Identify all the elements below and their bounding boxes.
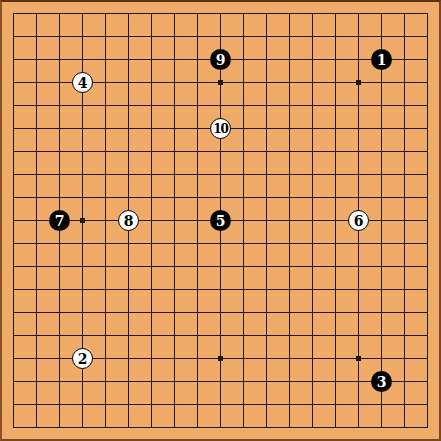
intersection-K12[interactable] [209, 163, 232, 186]
intersection-Q4[interactable] [347, 347, 370, 370]
intersection-S17[interactable] [393, 48, 416, 71]
intersection-S18[interactable] [393, 25, 416, 48]
intersection-K8[interactable] [209, 255, 232, 278]
intersection-R1[interactable] [370, 416, 393, 439]
intersection-D7[interactable] [71, 278, 94, 301]
intersection-T14[interactable] [416, 117, 439, 140]
intersection-F5[interactable] [117, 324, 140, 347]
intersection-K5[interactable] [209, 324, 232, 347]
intersection-M16[interactable] [255, 71, 278, 94]
intersection-R16[interactable] [370, 71, 393, 94]
intersection-P3[interactable] [324, 370, 347, 393]
intersection-M17[interactable] [255, 48, 278, 71]
intersection-O15[interactable] [301, 94, 324, 117]
intersection-L17[interactable] [232, 48, 255, 71]
intersection-L18[interactable] [232, 25, 255, 48]
intersection-S2[interactable] [393, 393, 416, 416]
intersection-B19[interactable] [25, 2, 48, 25]
intersection-E2[interactable] [94, 393, 117, 416]
intersection-N16[interactable] [278, 71, 301, 94]
stone-white-8[interactable]: 8 [118, 210, 139, 231]
intersection-O6[interactable] [301, 301, 324, 324]
intersection-P18[interactable] [324, 25, 347, 48]
intersection-B2[interactable] [25, 393, 48, 416]
intersection-N10[interactable] [278, 209, 301, 232]
intersection-L4[interactable] [232, 347, 255, 370]
intersection-Q9[interactable] [347, 232, 370, 255]
intersection-A18[interactable] [2, 25, 25, 48]
intersection-N8[interactable] [278, 255, 301, 278]
intersection-O16[interactable] [301, 71, 324, 94]
intersection-K15[interactable] [209, 94, 232, 117]
intersection-C5[interactable] [48, 324, 71, 347]
intersection-N6[interactable] [278, 301, 301, 324]
intersection-K9[interactable] [209, 232, 232, 255]
intersection-T5[interactable] [416, 324, 439, 347]
intersection-L3[interactable] [232, 370, 255, 393]
intersection-B4[interactable] [25, 347, 48, 370]
intersection-Q13[interactable] [347, 140, 370, 163]
intersection-E11[interactable] [94, 186, 117, 209]
intersection-C1[interactable] [48, 416, 71, 439]
intersection-E19[interactable] [94, 2, 117, 25]
intersection-D5[interactable] [71, 324, 94, 347]
intersection-C17[interactable] [48, 48, 71, 71]
intersection-E12[interactable] [94, 163, 117, 186]
intersection-H7[interactable] [163, 278, 186, 301]
intersection-E18[interactable] [94, 25, 117, 48]
intersection-M15[interactable] [255, 94, 278, 117]
intersection-N17[interactable] [278, 48, 301, 71]
intersection-S1[interactable] [393, 416, 416, 439]
intersection-P5[interactable] [324, 324, 347, 347]
intersection-H9[interactable] [163, 232, 186, 255]
intersection-C16[interactable] [48, 71, 71, 94]
intersection-O18[interactable] [301, 25, 324, 48]
intersection-N7[interactable] [278, 278, 301, 301]
intersection-D6[interactable] [71, 301, 94, 324]
intersection-S15[interactable] [393, 94, 416, 117]
intersection-H1[interactable] [163, 416, 186, 439]
intersection-F2[interactable] [117, 393, 140, 416]
intersection-N15[interactable] [278, 94, 301, 117]
intersection-O8[interactable] [301, 255, 324, 278]
intersection-B1[interactable] [25, 416, 48, 439]
intersection-D4[interactable]: 2 [71, 347, 94, 370]
intersection-F6[interactable] [117, 301, 140, 324]
intersection-Q18[interactable] [347, 25, 370, 48]
intersection-F1[interactable] [117, 416, 140, 439]
intersection-J16[interactable] [186, 71, 209, 94]
intersection-H13[interactable] [163, 140, 186, 163]
intersection-G10[interactable] [140, 209, 163, 232]
intersection-T16[interactable] [416, 71, 439, 94]
intersection-J18[interactable] [186, 25, 209, 48]
intersection-R8[interactable] [370, 255, 393, 278]
intersection-R6[interactable] [370, 301, 393, 324]
intersection-N2[interactable] [278, 393, 301, 416]
intersection-H10[interactable] [163, 209, 186, 232]
intersection-B5[interactable] [25, 324, 48, 347]
intersection-M2[interactable] [255, 393, 278, 416]
intersection-K13[interactable] [209, 140, 232, 163]
intersection-D15[interactable] [71, 94, 94, 117]
intersection-T12[interactable] [416, 163, 439, 186]
intersection-E8[interactable] [94, 255, 117, 278]
intersection-K1[interactable] [209, 416, 232, 439]
intersection-H6[interactable] [163, 301, 186, 324]
intersection-T18[interactable] [416, 25, 439, 48]
intersection-Q2[interactable] [347, 393, 370, 416]
intersection-J10[interactable] [186, 209, 209, 232]
intersection-G15[interactable] [140, 94, 163, 117]
intersection-Q15[interactable] [347, 94, 370, 117]
intersection-R13[interactable] [370, 140, 393, 163]
intersection-S13[interactable] [393, 140, 416, 163]
intersection-O14[interactable] [301, 117, 324, 140]
intersection-L7[interactable] [232, 278, 255, 301]
intersection-B18[interactable] [25, 25, 48, 48]
intersection-L16[interactable] [232, 71, 255, 94]
intersection-C6[interactable] [48, 301, 71, 324]
intersection-K19[interactable] [209, 2, 232, 25]
intersection-S19[interactable] [393, 2, 416, 25]
intersection-P8[interactable] [324, 255, 347, 278]
intersection-Q10[interactable]: 6 [347, 209, 370, 232]
intersection-P4[interactable] [324, 347, 347, 370]
stone-white-4[interactable]: 4 [72, 72, 93, 93]
intersection-F17[interactable] [117, 48, 140, 71]
intersection-D17[interactable] [71, 48, 94, 71]
intersection-J6[interactable] [186, 301, 209, 324]
intersection-S4[interactable] [393, 347, 416, 370]
intersection-L1[interactable] [232, 416, 255, 439]
intersection-Q8[interactable] [347, 255, 370, 278]
intersection-M12[interactable] [255, 163, 278, 186]
intersection-D14[interactable] [71, 117, 94, 140]
intersection-G19[interactable] [140, 2, 163, 25]
intersection-F4[interactable] [117, 347, 140, 370]
intersection-O19[interactable] [301, 2, 324, 25]
intersection-H3[interactable] [163, 370, 186, 393]
intersection-M10[interactable] [255, 209, 278, 232]
intersection-B8[interactable] [25, 255, 48, 278]
intersection-M19[interactable] [255, 2, 278, 25]
intersection-O3[interactable] [301, 370, 324, 393]
intersection-R2[interactable] [370, 393, 393, 416]
intersection-N3[interactable] [278, 370, 301, 393]
intersection-O11[interactable] [301, 186, 324, 209]
intersection-C14[interactable] [48, 117, 71, 140]
intersection-B3[interactable] [25, 370, 48, 393]
intersection-L11[interactable] [232, 186, 255, 209]
intersection-O4[interactable] [301, 347, 324, 370]
intersection-D1[interactable] [71, 416, 94, 439]
intersection-N14[interactable] [278, 117, 301, 140]
intersection-H17[interactable] [163, 48, 186, 71]
intersection-L2[interactable] [232, 393, 255, 416]
intersection-F9[interactable] [117, 232, 140, 255]
intersection-M9[interactable] [255, 232, 278, 255]
intersection-P6[interactable] [324, 301, 347, 324]
intersection-R12[interactable] [370, 163, 393, 186]
intersection-L6[interactable] [232, 301, 255, 324]
intersection-A12[interactable] [2, 163, 25, 186]
intersection-A2[interactable] [2, 393, 25, 416]
intersection-A17[interactable] [2, 48, 25, 71]
intersection-L8[interactable] [232, 255, 255, 278]
stone-black-1[interactable]: 1 [371, 49, 392, 70]
intersection-L13[interactable] [232, 140, 255, 163]
intersection-A15[interactable] [2, 94, 25, 117]
intersection-H14[interactable] [163, 117, 186, 140]
intersection-S3[interactable] [393, 370, 416, 393]
intersection-N11[interactable] [278, 186, 301, 209]
intersection-H5[interactable] [163, 324, 186, 347]
intersection-R10[interactable] [370, 209, 393, 232]
intersection-C4[interactable] [48, 347, 71, 370]
intersection-K4[interactable] [209, 347, 232, 370]
intersection-A5[interactable] [2, 324, 25, 347]
intersection-B10[interactable] [25, 209, 48, 232]
intersection-S14[interactable] [393, 117, 416, 140]
intersection-H4[interactable] [163, 347, 186, 370]
intersection-P17[interactable] [324, 48, 347, 71]
intersection-J2[interactable] [186, 393, 209, 416]
intersection-D3[interactable] [71, 370, 94, 393]
intersection-P13[interactable] [324, 140, 347, 163]
intersection-T11[interactable] [416, 186, 439, 209]
intersection-T6[interactable] [416, 301, 439, 324]
intersection-B9[interactable] [25, 232, 48, 255]
intersection-K17[interactable]: 9 [209, 48, 232, 71]
intersection-S5[interactable] [393, 324, 416, 347]
intersection-G2[interactable] [140, 393, 163, 416]
intersection-S8[interactable] [393, 255, 416, 278]
intersection-B16[interactable] [25, 71, 48, 94]
intersection-D13[interactable] [71, 140, 94, 163]
intersection-G9[interactable] [140, 232, 163, 255]
intersection-N5[interactable] [278, 324, 301, 347]
intersection-Q11[interactable] [347, 186, 370, 209]
intersection-A11[interactable] [2, 186, 25, 209]
intersection-M14[interactable] [255, 117, 278, 140]
intersection-H12[interactable] [163, 163, 186, 186]
intersection-B17[interactable] [25, 48, 48, 71]
intersection-F10[interactable]: 8 [117, 209, 140, 232]
intersection-R5[interactable] [370, 324, 393, 347]
intersection-S7[interactable] [393, 278, 416, 301]
intersection-J9[interactable] [186, 232, 209, 255]
intersection-B11[interactable] [25, 186, 48, 209]
intersection-H19[interactable] [163, 2, 186, 25]
intersection-E16[interactable] [94, 71, 117, 94]
stone-white-10[interactable]: 10 [210, 118, 231, 139]
intersection-S10[interactable] [393, 209, 416, 232]
intersection-O10[interactable] [301, 209, 324, 232]
intersection-S16[interactable] [393, 71, 416, 94]
intersection-G14[interactable] [140, 117, 163, 140]
intersection-M4[interactable] [255, 347, 278, 370]
intersection-R18[interactable] [370, 25, 393, 48]
intersection-D9[interactable] [71, 232, 94, 255]
intersection-F18[interactable] [117, 25, 140, 48]
intersection-B12[interactable] [25, 163, 48, 186]
intersection-P2[interactable] [324, 393, 347, 416]
intersection-R4[interactable] [370, 347, 393, 370]
intersection-E3[interactable] [94, 370, 117, 393]
intersection-D12[interactable] [71, 163, 94, 186]
stone-black-5[interactable]: 5 [210, 210, 231, 231]
intersection-G16[interactable] [140, 71, 163, 94]
intersection-M1[interactable] [255, 416, 278, 439]
intersection-P14[interactable] [324, 117, 347, 140]
intersection-T4[interactable] [416, 347, 439, 370]
stone-white-6[interactable]: 6 [348, 210, 369, 231]
intersection-P19[interactable] [324, 2, 347, 25]
intersection-K2[interactable] [209, 393, 232, 416]
intersection-R3[interactable]: 3 [370, 370, 393, 393]
intersection-N13[interactable] [278, 140, 301, 163]
intersection-T9[interactable] [416, 232, 439, 255]
intersection-N1[interactable] [278, 416, 301, 439]
intersection-G1[interactable] [140, 416, 163, 439]
intersection-J14[interactable] [186, 117, 209, 140]
intersection-M18[interactable] [255, 25, 278, 48]
intersection-J1[interactable] [186, 416, 209, 439]
intersection-C10[interactable]: 7 [48, 209, 71, 232]
intersection-J17[interactable] [186, 48, 209, 71]
stone-black-9[interactable]: 9 [210, 49, 231, 70]
intersection-S11[interactable] [393, 186, 416, 209]
intersection-D10[interactable] [71, 209, 94, 232]
intersection-A6[interactable] [2, 301, 25, 324]
intersection-Q3[interactable] [347, 370, 370, 393]
intersection-T17[interactable] [416, 48, 439, 71]
intersection-T3[interactable] [416, 370, 439, 393]
intersection-P15[interactable] [324, 94, 347, 117]
intersection-F13[interactable] [117, 140, 140, 163]
intersection-E15[interactable] [94, 94, 117, 117]
intersection-E1[interactable] [94, 416, 117, 439]
intersection-O2[interactable] [301, 393, 324, 416]
intersection-E14[interactable] [94, 117, 117, 140]
intersection-H15[interactable] [163, 94, 186, 117]
intersection-A8[interactable] [2, 255, 25, 278]
intersection-G4[interactable] [140, 347, 163, 370]
intersection-R17[interactable]: 1 [370, 48, 393, 71]
intersection-G3[interactable] [140, 370, 163, 393]
intersection-A3[interactable] [2, 370, 25, 393]
intersection-O13[interactable] [301, 140, 324, 163]
intersection-M5[interactable] [255, 324, 278, 347]
intersection-H18[interactable] [163, 25, 186, 48]
intersection-J8[interactable] [186, 255, 209, 278]
intersection-T19[interactable] [416, 2, 439, 25]
intersection-B7[interactable] [25, 278, 48, 301]
intersection-C8[interactable] [48, 255, 71, 278]
intersection-Q5[interactable] [347, 324, 370, 347]
intersection-O12[interactable] [301, 163, 324, 186]
intersection-F16[interactable] [117, 71, 140, 94]
intersection-S6[interactable] [393, 301, 416, 324]
intersection-N4[interactable] [278, 347, 301, 370]
intersection-Q19[interactable] [347, 2, 370, 25]
intersection-A10[interactable] [2, 209, 25, 232]
intersection-J15[interactable] [186, 94, 209, 117]
intersection-Q12[interactable] [347, 163, 370, 186]
intersection-G11[interactable] [140, 186, 163, 209]
intersection-C2[interactable] [48, 393, 71, 416]
intersection-M11[interactable] [255, 186, 278, 209]
intersection-O5[interactable] [301, 324, 324, 347]
intersection-D16[interactable]: 4 [71, 71, 94, 94]
intersection-B13[interactable] [25, 140, 48, 163]
intersection-G13[interactable] [140, 140, 163, 163]
intersection-D11[interactable] [71, 186, 94, 209]
intersection-J19[interactable] [186, 2, 209, 25]
stone-white-2[interactable]: 2 [72, 348, 93, 369]
intersection-L5[interactable] [232, 324, 255, 347]
intersection-S12[interactable] [393, 163, 416, 186]
intersection-K7[interactable] [209, 278, 232, 301]
intersection-D18[interactable] [71, 25, 94, 48]
intersection-F12[interactable] [117, 163, 140, 186]
intersection-H8[interactable] [163, 255, 186, 278]
intersection-M8[interactable] [255, 255, 278, 278]
intersection-H2[interactable] [163, 393, 186, 416]
intersection-Q16[interactable] [347, 71, 370, 94]
intersection-L15[interactable] [232, 94, 255, 117]
intersection-R15[interactable] [370, 94, 393, 117]
intersection-R19[interactable] [370, 2, 393, 25]
intersection-L14[interactable] [232, 117, 255, 140]
intersection-C3[interactable] [48, 370, 71, 393]
intersection-Q1[interactable] [347, 416, 370, 439]
intersection-T1[interactable] [416, 416, 439, 439]
intersection-D2[interactable] [71, 393, 94, 416]
intersection-M7[interactable] [255, 278, 278, 301]
intersection-A4[interactable] [2, 347, 25, 370]
intersection-K10[interactable]: 5 [209, 209, 232, 232]
intersection-T8[interactable] [416, 255, 439, 278]
intersection-H11[interactable] [163, 186, 186, 209]
intersection-F19[interactable] [117, 2, 140, 25]
intersection-G17[interactable] [140, 48, 163, 71]
intersection-J7[interactable] [186, 278, 209, 301]
intersection-O9[interactable] [301, 232, 324, 255]
intersection-T10[interactable] [416, 209, 439, 232]
intersection-F14[interactable] [117, 117, 140, 140]
intersection-J11[interactable] [186, 186, 209, 209]
intersection-J13[interactable] [186, 140, 209, 163]
intersection-B15[interactable] [25, 94, 48, 117]
intersection-A1[interactable] [2, 416, 25, 439]
intersection-E6[interactable] [94, 301, 117, 324]
intersection-K14[interactable]: 10 [209, 117, 232, 140]
intersection-K18[interactable] [209, 25, 232, 48]
intersection-K6[interactable] [209, 301, 232, 324]
intersection-E9[interactable] [94, 232, 117, 255]
intersection-Q17[interactable] [347, 48, 370, 71]
intersection-F7[interactable] [117, 278, 140, 301]
intersection-R14[interactable] [370, 117, 393, 140]
intersection-Q6[interactable] [347, 301, 370, 324]
intersection-M6[interactable] [255, 301, 278, 324]
intersection-C9[interactable] [48, 232, 71, 255]
intersection-G18[interactable] [140, 25, 163, 48]
stone-black-7[interactable]: 7 [49, 210, 70, 231]
